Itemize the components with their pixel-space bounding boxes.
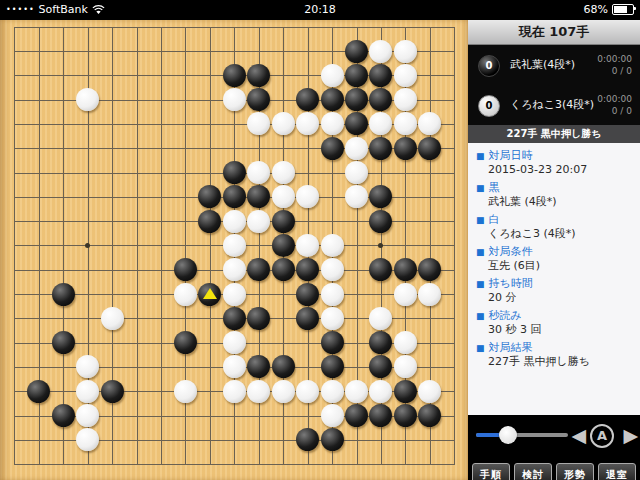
clock-time: 20:18 (0, 3, 640, 16)
black-stone (418, 258, 441, 281)
black-stone (296, 258, 319, 281)
black-stone (321, 88, 344, 111)
black-stone (272, 210, 295, 233)
white-stone (101, 307, 124, 330)
white-stone (345, 137, 368, 160)
result-banner: 227手 黒中押し勝ち (468, 125, 640, 143)
star-point (85, 243, 90, 248)
info-item: ■黒武礼葉 (4段*) (468, 181, 640, 209)
white-stone (321, 234, 344, 257)
info-item-value: 武礼葉 (4段*) (468, 195, 640, 209)
info-item: ■秒読み30 秒 3 回 (468, 309, 640, 337)
blue-square-bullet-icon: ■ (476, 215, 485, 225)
playback-controls: ◀ A ▶ 手順検討形勢退室 (468, 415, 640, 480)
action-button-手順[interactable]: 手順 (472, 463, 510, 480)
info-item: ■対局条件互先 (6目) (468, 245, 640, 273)
blue-square-bullet-icon: ■ (476, 151, 485, 161)
black-stone (52, 283, 75, 306)
black-stone (272, 234, 295, 257)
info-item-label: ■対局結果 (468, 341, 640, 355)
action-button-検討[interactable]: 検討 (514, 463, 552, 480)
blue-square-bullet-icon: ■ (476, 343, 485, 353)
black-stone (296, 428, 319, 451)
black-stone (345, 112, 368, 135)
white-stone (223, 331, 246, 354)
black-stone (369, 258, 392, 281)
white-stone (76, 404, 99, 427)
current-move-header: 現在 107手 (468, 20, 640, 45)
white-stone (394, 88, 417, 111)
info-item: ■持ち時間20 分 (468, 277, 640, 305)
blue-square-bullet-icon: ■ (476, 279, 485, 289)
black-stone (369, 355, 392, 378)
player-name: 武礼葉(4段*) (510, 57, 575, 72)
go-board[interactable] (0, 20, 468, 480)
black-stone (369, 210, 392, 233)
board-grid-vline (454, 27, 455, 465)
black-stone (369, 64, 392, 87)
white-stone (272, 112, 295, 135)
black-stone (418, 404, 441, 427)
action-button-退室[interactable]: 退室 (598, 463, 636, 480)
white-stone (76, 355, 99, 378)
info-item: ■対局結果227手 黒中押し勝ち (468, 341, 640, 369)
white-stone (394, 331, 417, 354)
info-item-value: 2015-03-23 20:07 (468, 163, 640, 177)
black-stone (223, 185, 246, 208)
white-stone (394, 355, 417, 378)
info-item-label: ■黒 (468, 181, 640, 195)
info-item-label: ■持ち時間 (468, 277, 640, 291)
last-move-marker-icon (203, 288, 217, 299)
white-stone (247, 380, 270, 403)
white-stone (321, 307, 344, 330)
black-stone (247, 88, 270, 111)
white-stone (296, 234, 319, 257)
white-stone (247, 210, 270, 233)
black-stone (321, 331, 344, 354)
white-stone (345, 185, 368, 208)
black-stone (223, 307, 246, 330)
white-stone (394, 64, 417, 87)
white-stone (76, 88, 99, 111)
blue-square-bullet-icon: ■ (476, 311, 485, 321)
white-stone (296, 380, 319, 403)
info-item-label: ■対局条件 (468, 245, 640, 259)
battery-percent-label: 68% (584, 3, 608, 16)
white-stone (418, 112, 441, 135)
black-stone (296, 283, 319, 306)
white-stone (418, 380, 441, 403)
white-stone (223, 380, 246, 403)
info-item-value: くろねこ3 (4段*) (468, 227, 640, 241)
black-stone (198, 185, 221, 208)
white-stone (345, 380, 368, 403)
white-stone (296, 185, 319, 208)
white-stone (223, 210, 246, 233)
status-bar: ••••• SoftBank 20:18 68% (0, 0, 640, 20)
black-stone (101, 380, 124, 403)
star-point (378, 243, 383, 248)
info-item-value: 30 秒 3 回 (468, 323, 640, 337)
blue-square-bullet-icon: ■ (476, 247, 485, 257)
white-stone (272, 161, 295, 184)
white-stone (369, 112, 392, 135)
white-stone (369, 380, 392, 403)
white-stone (247, 161, 270, 184)
info-item-label: ■対局日時 (468, 149, 640, 163)
black-stone (369, 404, 392, 427)
black-stone (247, 307, 270, 330)
white-stone (418, 283, 441, 306)
black-stone (345, 404, 368, 427)
white-stone (174, 283, 197, 306)
blue-square-bullet-icon: ■ (476, 183, 485, 193)
black-stone (345, 40, 368, 63)
white-stone (394, 112, 417, 135)
white-stone (223, 258, 246, 281)
info-item-value: 20 分 (468, 291, 640, 305)
white-stone (272, 185, 295, 208)
black-stone (394, 404, 417, 427)
info-item-value: 互先 (6目) (468, 259, 640, 273)
white-stone (321, 380, 344, 403)
black-stone (174, 258, 197, 281)
black-stone (174, 331, 197, 354)
black-stone (321, 428, 344, 451)
white-stone (321, 283, 344, 306)
white-stone (223, 88, 246, 111)
black-stone (394, 380, 417, 403)
black-stone (247, 355, 270, 378)
black-stone (223, 161, 246, 184)
black-stone (52, 404, 75, 427)
previous-move-button[interactable]: ◀ (571, 423, 586, 447)
white-stone (223, 283, 246, 306)
action-button-row: 手順検討形勢退室 (468, 463, 640, 480)
black-stone (247, 258, 270, 281)
game-info-panel: 現在 107手 0武礼葉(4段*)0:00:000 / 00くろねこ3(4段*)… (468, 20, 640, 480)
slider-thumb[interactable] (499, 426, 517, 444)
game-details-list: ■対局日時2015-03-23 20:07■黒武礼葉 (4段*)■白くろねこ3 … (468, 143, 640, 415)
action-button-形勢[interactable]: 形勢 (556, 463, 594, 480)
white-stone (223, 355, 246, 378)
black-stone (394, 258, 417, 281)
black-stone (223, 64, 246, 87)
white-stone (321, 258, 344, 281)
white-stone (321, 404, 344, 427)
info-item: ■白くろねこ3 (4段*) (468, 213, 640, 241)
white-stone (247, 112, 270, 135)
white-stone (76, 428, 99, 451)
info-item-value: 227手 黒中押し勝ち (468, 355, 640, 369)
next-move-button[interactable]: ▶ (623, 423, 638, 447)
player-clock: 0:00:000 / 0 (597, 93, 632, 117)
black-stone (52, 331, 75, 354)
black-stone (247, 185, 270, 208)
black-stone (247, 64, 270, 87)
white-stone (321, 64, 344, 87)
black-stone-capture-icon: 0 (478, 55, 500, 77)
black-stone (369, 137, 392, 160)
white-stone (369, 40, 392, 63)
black-stone (345, 88, 368, 111)
black-stone (272, 258, 295, 281)
info-item-label: ■秒読み (468, 309, 640, 323)
black-stone (345, 64, 368, 87)
black-stone (27, 380, 50, 403)
white-stone (272, 380, 295, 403)
black-stone (296, 88, 319, 111)
black-stone (394, 137, 417, 160)
info-item-label: ■白 (468, 213, 640, 227)
white-stone-capture-icon: 0 (478, 95, 500, 117)
white-stone (345, 161, 368, 184)
black-stone (296, 307, 319, 330)
player-name: くろねこ3(4段*) (510, 97, 594, 112)
white-stone (394, 40, 417, 63)
black-stone (272, 355, 295, 378)
auto-play-button[interactable]: A (590, 424, 614, 448)
board-grid-hline (14, 464, 455, 465)
white-stone (76, 380, 99, 403)
battery-icon (612, 4, 634, 15)
black-stone (418, 137, 441, 160)
white-stone (394, 283, 417, 306)
black-stone (369, 88, 392, 111)
black-stone (321, 355, 344, 378)
white-stone (174, 380, 197, 403)
white-stone (296, 112, 319, 135)
white-stone (369, 307, 392, 330)
player-clock: 0:00:000 / 0 (597, 53, 632, 77)
black-stone (198, 210, 221, 233)
info-item: ■対局日時2015-03-23 20:07 (468, 149, 640, 177)
black-stone (369, 185, 392, 208)
white-stone (223, 234, 246, 257)
move-slider[interactable] (476, 433, 568, 437)
player-row: 0くろねこ3(4段*)0:00:000 / 0 (468, 85, 640, 125)
black-stone (321, 137, 344, 160)
player-list: 0武礼葉(4段*)0:00:000 / 00くろねこ3(4段*)0:00:000… (468, 45, 640, 125)
black-stone (369, 331, 392, 354)
white-stone (321, 112, 344, 135)
player-row: 0武礼葉(4段*)0:00:000 / 0 (468, 45, 640, 85)
